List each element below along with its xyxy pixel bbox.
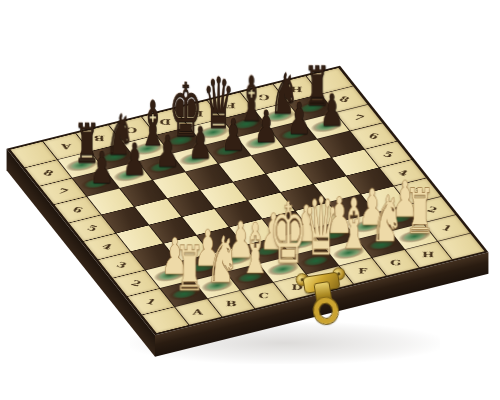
white-king-d1[interactable]: ♚ xyxy=(269,192,307,276)
file-label-near-c-text: C xyxy=(259,291,269,299)
white-rook-h1[interactable]: ♜ xyxy=(404,181,434,243)
white-rook-a1[interactable]: ♜ xyxy=(174,238,204,300)
file-label-near-a-text: A xyxy=(193,308,203,316)
rank-label-left-4-text: 4 xyxy=(100,242,114,252)
white-knight-g1[interactable]: ♞ xyxy=(370,187,403,251)
chess-board: ABCDEFGH8♜♞♝♚♛♝♞♜87♟♟♟♟♟♟♟♟7665544332♟♟♟… xyxy=(7,66,489,335)
clasp-pull-ring xyxy=(312,296,340,325)
white-bishop-c1[interactable]: ♝ xyxy=(239,214,270,284)
file-label-near-b-text: B xyxy=(226,300,237,308)
file-label-near-h-text: H xyxy=(422,250,434,258)
rank-label-right-6-text: 6 xyxy=(366,131,380,141)
black-pawn-b7[interactable]: ♟ xyxy=(122,138,146,182)
rank-label-right-5-text: 5 xyxy=(381,150,395,160)
black-pawn-c7[interactable]: ♟ xyxy=(155,130,179,174)
rank-label-right-1-text: 1 xyxy=(440,223,454,233)
file-label-far-a-text: A xyxy=(61,142,71,150)
rank-label-left-5-text: 5 xyxy=(85,223,99,233)
rank-label-left-6-text: 6 xyxy=(70,205,84,215)
black-pawn-e7[interactable]: ♟ xyxy=(221,113,245,157)
white-bishop-f1[interactable]: ♝ xyxy=(338,189,369,259)
file-label-near-f-text: F xyxy=(358,267,367,275)
rank-label-left-3-text: 3 xyxy=(114,260,128,270)
rank-label-left-7-text: 7 xyxy=(56,187,70,197)
product-photo-scene: ABCDEFGH8♜♞♝♚♛♝♞♜87♟♟♟♟♟♟♟♟7665544332♟♟♟… xyxy=(0,0,500,400)
rank-label-left-1-text: 1 xyxy=(144,297,158,307)
black-pawn-d7[interactable]: ♟ xyxy=(188,122,212,166)
rank-label-left-2-text: 2 xyxy=(129,278,143,288)
black-pawn-g7[interactable]: ♟ xyxy=(286,97,310,141)
white-knight-b1[interactable]: ♞ xyxy=(205,228,238,292)
black-pawn-f7[interactable]: ♟ xyxy=(253,105,277,149)
rank-label-left-8-text: 8 xyxy=(41,168,55,178)
file-label-near-g-text: G xyxy=(390,259,401,267)
brass-clasp xyxy=(292,264,355,334)
white-queen-e1[interactable]: ♛ xyxy=(303,188,339,268)
black-pawn-a7[interactable]: ♟ xyxy=(89,146,113,190)
black-pawn-h7[interactable]: ♟ xyxy=(319,89,343,133)
rank-label-right-7-text: 7 xyxy=(352,113,366,123)
